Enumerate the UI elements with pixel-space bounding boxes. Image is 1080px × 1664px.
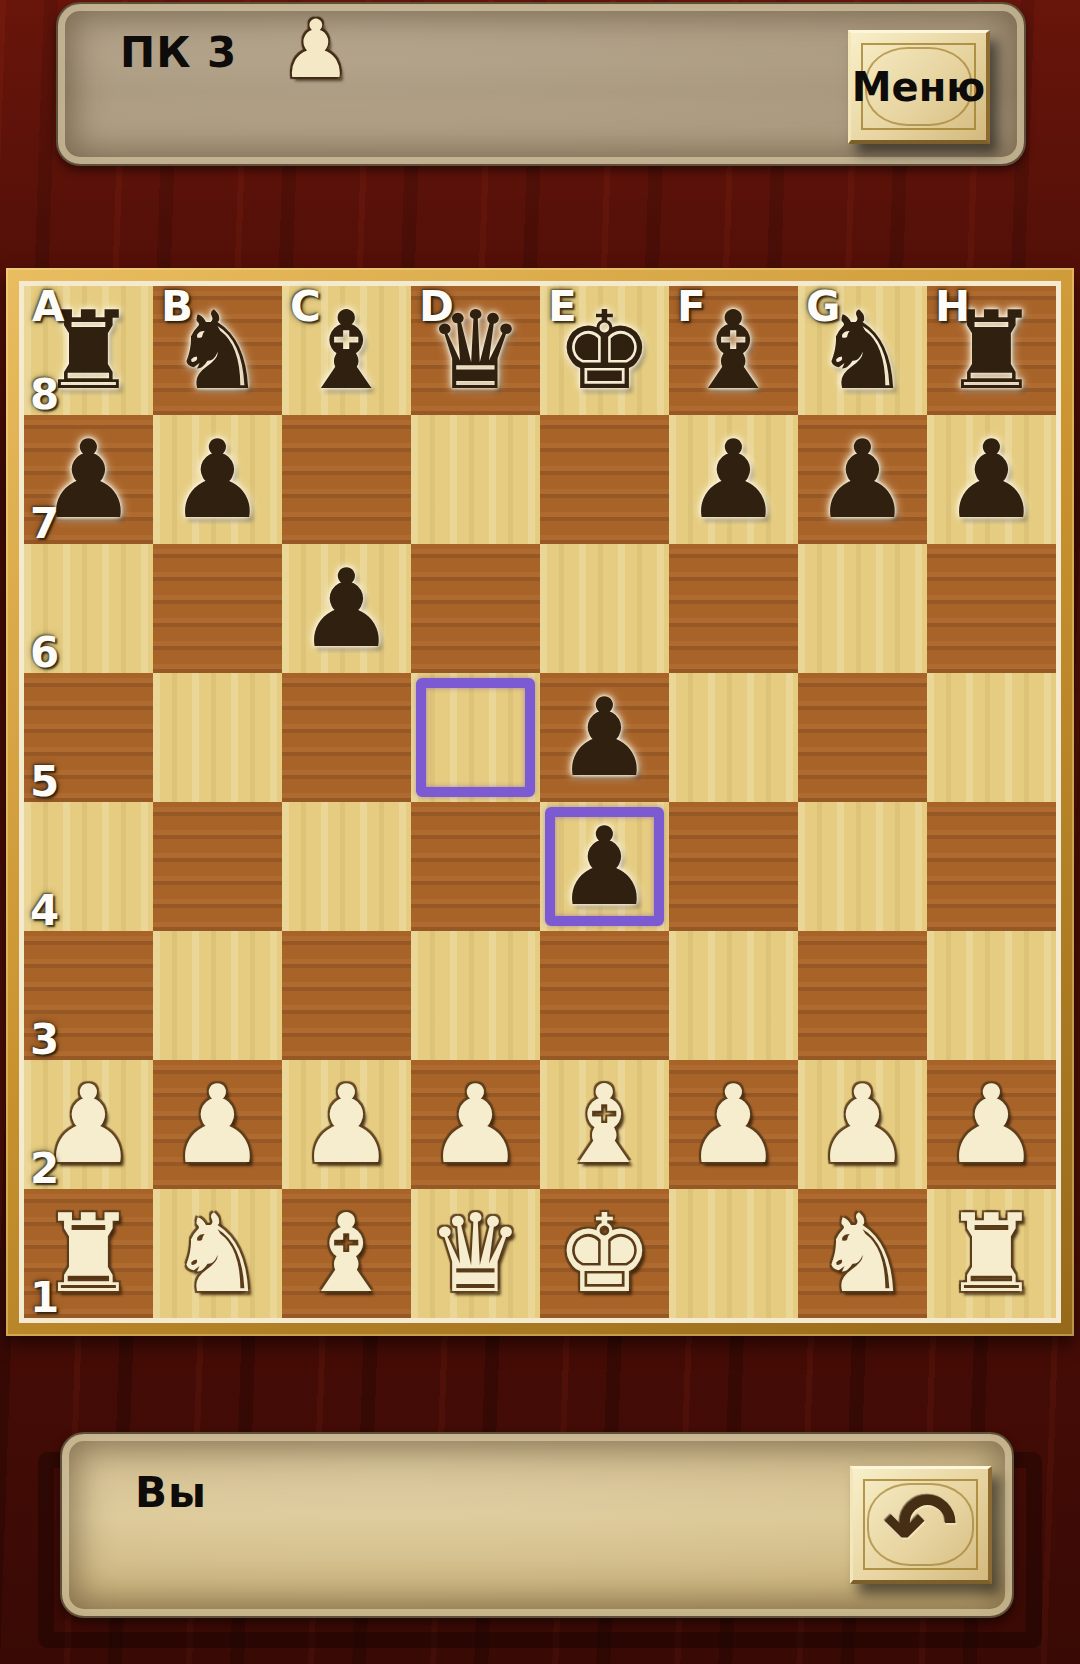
square-a7[interactable]: 7♟ <box>24 415 153 544</box>
square-d6[interactable] <box>411 544 540 673</box>
square-h6[interactable] <box>927 544 1056 673</box>
file-label-c: C <box>290 282 321 331</box>
rank-label-4: 4 <box>30 886 59 935</box>
square-f4[interactable] <box>669 802 798 931</box>
black-pawn[interactable]: ♟ <box>927 415 1056 544</box>
white-pawn[interactable]: ♟ <box>798 1060 927 1189</box>
black-pawn[interactable]: ♟ <box>669 415 798 544</box>
rank-label-5: 5 <box>30 757 59 806</box>
file-label-b: B <box>161 282 193 331</box>
square-a5[interactable]: 5 <box>24 673 153 802</box>
black-pawn[interactable]: ♟ <box>282 544 411 673</box>
square-h5[interactable] <box>927 673 1056 802</box>
square-a2[interactable]: 2♟ <box>24 1060 153 1189</box>
opponent-name: ПК 3 <box>120 28 237 77</box>
opponent-panel: ПК 3 ♟ Меню <box>56 2 1026 166</box>
chess-app-screen: ПК 3 ♟ Меню A8♜B♞C♝D♛E♚F♝G♞H♜7♟♟♟♟♟6♟5♟4… <box>0 0 1080 1664</box>
square-b5[interactable] <box>153 673 282 802</box>
rank-label-1: 1 <box>30 1273 59 1322</box>
white-pawn[interactable]: ♟ <box>927 1060 1056 1189</box>
rank-label-8: 8 <box>30 370 59 419</box>
white-bishop[interactable]: ♝ <box>540 1060 669 1189</box>
square-b6[interactable] <box>153 544 282 673</box>
square-a6[interactable]: 6 <box>24 544 153 673</box>
square-c8[interactable]: C♝ <box>282 286 411 415</box>
last-move-highlight <box>416 678 535 797</box>
black-pawn[interactable]: ♟ <box>798 415 927 544</box>
square-c3[interactable] <box>282 931 411 1060</box>
square-f7[interactable]: ♟ <box>669 415 798 544</box>
square-c6[interactable]: ♟ <box>282 544 411 673</box>
square-b2[interactable]: ♟ <box>153 1060 282 1189</box>
white-knight[interactable]: ♞ <box>153 1189 282 1318</box>
file-label-f: F <box>677 282 706 331</box>
square-f5[interactable] <box>669 673 798 802</box>
square-h7[interactable]: ♟ <box>927 415 1056 544</box>
white-rook[interactable]: ♜ <box>927 1189 1056 1318</box>
square-f2[interactable]: ♟ <box>669 1060 798 1189</box>
square-c7[interactable] <box>282 415 411 544</box>
white-pawn[interactable]: ♟ <box>282 1060 411 1189</box>
square-b8[interactable]: B♞ <box>153 286 282 415</box>
square-c5[interactable] <box>282 673 411 802</box>
player-name: Вы <box>135 1468 207 1517</box>
square-h2[interactable]: ♟ <box>927 1060 1056 1189</box>
square-e4[interactable]: ♟ <box>540 802 669 931</box>
file-label-d: D <box>419 282 454 331</box>
square-f8[interactable]: F♝ <box>669 286 798 415</box>
white-pawn[interactable]: ♟ <box>411 1060 540 1189</box>
square-b1[interactable]: ♞ <box>153 1189 282 1318</box>
menu-button-label: Меню <box>851 33 986 140</box>
white-pawn[interactable]: ♟ <box>153 1060 282 1189</box>
square-a4[interactable]: 4 <box>24 802 153 931</box>
square-b3[interactable] <box>153 931 282 1060</box>
square-e8[interactable]: E♚ <box>540 286 669 415</box>
square-g2[interactable]: ♟ <box>798 1060 927 1189</box>
white-king[interactable]: ♚ <box>540 1189 669 1318</box>
square-a8[interactable]: A8♜ <box>24 286 153 415</box>
square-h4[interactable] <box>927 802 1056 931</box>
chess-board-frame: A8♜B♞C♝D♛E♚F♝G♞H♜7♟♟♟♟♟6♟5♟4♟32♟♟♟♟♝♟♟♟1… <box>6 268 1074 1336</box>
undo-button[interactable]: ↶ <box>850 1466 992 1584</box>
square-e3[interactable] <box>540 931 669 1060</box>
square-d2[interactable]: ♟ <box>411 1060 540 1189</box>
file-label-e: E <box>548 282 577 331</box>
square-e2[interactable]: ♝ <box>540 1060 669 1189</box>
square-g8[interactable]: G♞ <box>798 286 927 415</box>
file-label-h: H <box>935 282 970 331</box>
square-b7[interactable]: ♟ <box>153 415 282 544</box>
square-e6[interactable] <box>540 544 669 673</box>
black-pawn[interactable]: ♟ <box>540 673 669 802</box>
rank-label-2: 2 <box>30 1144 59 1193</box>
square-a3[interactable]: 3 <box>24 931 153 1060</box>
square-e1[interactable]: ♚ <box>540 1189 669 1318</box>
square-e7[interactable] <box>540 415 669 544</box>
square-d7[interactable] <box>411 415 540 544</box>
white-bishop[interactable]: ♝ <box>282 1189 411 1318</box>
square-g1[interactable]: ♞ <box>798 1189 927 1318</box>
square-g4[interactable] <box>798 802 927 931</box>
square-g3[interactable] <box>798 931 927 1060</box>
square-f6[interactable] <box>669 544 798 673</box>
square-c1[interactable]: ♝ <box>282 1189 411 1318</box>
white-pawn-icon: ♟ <box>280 6 352 94</box>
chess-board: A8♜B♞C♝D♛E♚F♝G♞H♜7♟♟♟♟♟6♟5♟4♟32♟♟♟♟♝♟♟♟1… <box>19 281 1061 1323</box>
square-e5[interactable]: ♟ <box>540 673 669 802</box>
square-d3[interactable] <box>411 931 540 1060</box>
square-c2[interactable]: ♟ <box>282 1060 411 1189</box>
square-d8[interactable]: D♛ <box>411 286 540 415</box>
rank-label-7: 7 <box>30 499 59 548</box>
square-d5[interactable] <box>411 673 540 802</box>
white-pawn[interactable]: ♟ <box>669 1060 798 1189</box>
square-a1[interactable]: 1♜ <box>24 1189 153 1318</box>
square-f3[interactable] <box>669 931 798 1060</box>
square-c4[interactable] <box>282 802 411 931</box>
square-h1[interactable]: ♜ <box>927 1189 1056 1318</box>
white-queen[interactable]: ♛ <box>411 1189 540 1318</box>
menu-button[interactable]: Меню <box>848 30 990 144</box>
square-g7[interactable]: ♟ <box>798 415 927 544</box>
player-panel: Вы ↶ <box>60 1432 1014 1618</box>
black-pawn[interactable]: ♟ <box>540 802 669 931</box>
black-pawn[interactable]: ♟ <box>153 415 282 544</box>
file-label-g: G <box>806 282 840 331</box>
undo-icon: ↶ <box>853 1469 988 1580</box>
rank-label-6: 6 <box>30 628 59 677</box>
square-d4[interactable] <box>411 802 540 931</box>
white-knight[interactable]: ♞ <box>798 1189 927 1318</box>
square-d1[interactable]: ♛ <box>411 1189 540 1318</box>
square-g6[interactable] <box>798 544 927 673</box>
square-h3[interactable] <box>927 931 1056 1060</box>
file-label-a: A <box>32 282 65 331</box>
square-h8[interactable]: H♜ <box>927 286 1056 415</box>
square-f1[interactable] <box>669 1189 798 1318</box>
square-b4[interactable] <box>153 802 282 931</box>
rank-label-3: 3 <box>30 1015 59 1064</box>
square-g5[interactable] <box>798 673 927 802</box>
